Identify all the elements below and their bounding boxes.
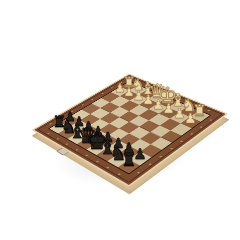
frame-inlay-dot [196,105,199,106]
frame-inlay-dot [71,110,74,111]
frame-inlay-dot [91,98,94,99]
frame-inlay-dot [56,138,59,140]
square-d6 [99,124,119,136]
frame-inlay-dot [159,155,162,157]
square-e8 [86,142,107,155]
frame-inlay-dot [81,104,84,105]
square-d8 [77,137,98,149]
square-e6 [108,129,129,141]
frame-inlay-dot [106,167,109,169]
square-e7 [98,135,119,147]
square-h3 [170,124,191,136]
frame-inlay-dot [75,149,78,151]
frame-inlay-dot [49,123,52,125]
frame-inlay-dot [190,133,193,135]
frame-inlay-dot [60,117,63,119]
frame-inlay-dot [120,82,123,83]
frame-inlay-dot [180,140,183,142]
square-f4 [139,120,159,132]
frame-inlay-dot [209,119,212,121]
square-g4 [150,125,171,137]
frame-inlay-dot [175,96,178,97]
frame-inlay-dot [185,101,188,102]
frame-inlay-dot [47,133,50,135]
frame-inlay-dot [137,172,140,174]
frame-inlay-dot [85,155,88,157]
square-f5 [129,127,150,139]
frame-inlay-dot [148,163,151,165]
frame-inlay-dot [207,110,210,112]
square-f7 [108,141,129,154]
square-h5 [150,137,171,150]
square-g8 [107,153,129,167]
square-h8 [118,159,140,173]
square-h7 [129,152,151,166]
frame-inlay-dot [170,148,173,150]
square-g5 [139,132,160,144]
square-g3 [160,119,181,131]
square-h6 [140,144,162,157]
square-f8 [97,148,119,161]
frame-inlay-dot [155,88,158,89]
frame-inlay-dot [66,143,69,145]
chess-set-photo: ♜♞♝♛♚♝♞♜♟♟♟♟♟♟♟♟♟♟♟♟♟♟♟♟♜♞♝♛♚♝♞♜ [0,0,240,240]
square-g6 [129,139,150,152]
frame-inlay-dot [136,80,139,81]
square-f6 [118,134,139,146]
frame-inlay-dot [101,93,104,94]
frame-inlay-dot [200,126,203,128]
frame-inlay-dot [164,92,167,93]
square-c8 [67,132,87,144]
square-e5 [119,122,139,134]
square-h4 [161,130,182,142]
frame-inlay-dot [111,87,114,88]
frame-inlay-dot [96,161,99,163]
square-g7 [118,146,140,159]
square-d7 [88,130,109,142]
frame-inlay-dot [118,173,121,175]
square-h2 [180,117,201,129]
frame-inlay-dot [145,84,148,85]
